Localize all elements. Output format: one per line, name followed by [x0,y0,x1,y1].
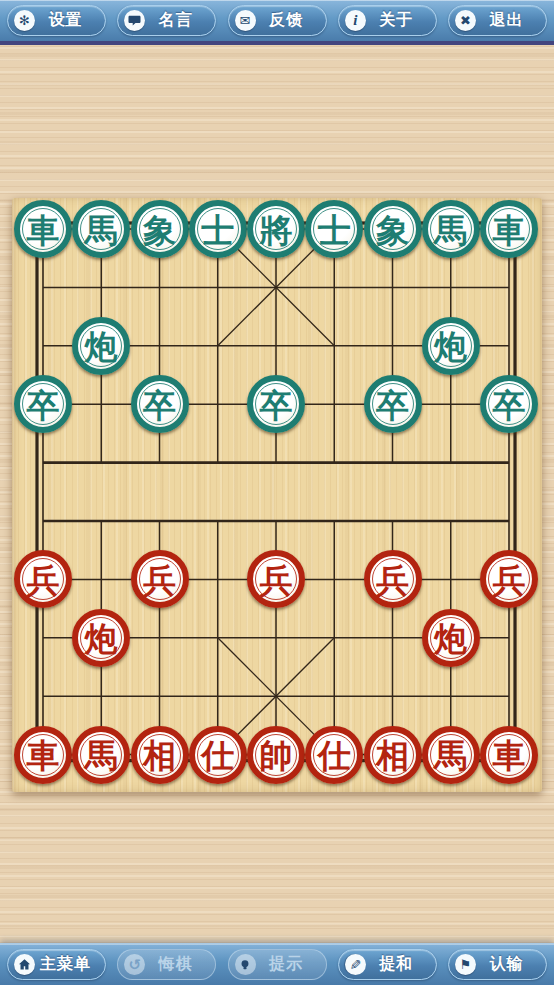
bottom-toolbar-button-label: 悔棋 [145,954,206,975]
bottom-toolbar-button-label: 提和 [366,954,427,975]
piece-character: 兵 [493,564,526,597]
piece-character: 象 [143,214,176,247]
piece-character: 卒 [376,389,409,422]
piece-character: 車 [27,214,60,247]
piece-red-相[interactable]: 相 [364,726,422,784]
top-toolbar-button-exit[interactable]: ✖退出 [448,5,547,36]
piece-character: 士 [201,214,234,247]
piece-character: 馬 [434,214,467,247]
gear-icon: ✻ [14,10,35,31]
bottom-toolbar: 主菜单↺悔棋提示✎提和⚑认输 [0,943,554,985]
piece-character: 炮 [85,622,118,655]
bottom-toolbar-button-hint: 提示 [228,949,327,980]
piece-character: 相 [143,739,176,772]
draw-icon: ✎ [345,954,366,975]
piece-black-馬[interactable]: 馬 [422,200,480,258]
top-toolbar-button-feedback[interactable]: ✉反馈 [228,5,327,36]
quote-icon [124,10,145,31]
piece-character: 卒 [493,389,526,422]
piece-red-兵[interactable]: 兵 [14,550,72,608]
top-toolbar-button-label: 设置 [35,10,96,31]
top-toolbar-button-label: 退出 [476,10,537,31]
piece-black-將[interactable]: 將 [247,200,305,258]
top-toolbar-button-settings[interactable]: ✻设置 [7,5,106,36]
top-toolbar: ✻设置名言✉反馈i关于✖退出 [0,0,554,45]
undo-icon: ↺ [124,954,145,975]
piece-black-馬[interactable]: 馬 [72,200,130,258]
xiangqi-board: 車馬象士將士象馬車炮炮卒卒卒卒卒兵兵兵兵兵炮炮車馬相仕帥仕相馬車 [12,198,542,792]
app-window: ✻设置名言✉反馈i关于✖退出 車馬象士將士象馬車炮炮卒卒卒卒卒兵兵兵兵兵炮炮車馬… [0,0,554,985]
feedback-icon: ✉ [235,10,256,31]
resign-icon: ⚑ [455,954,476,975]
bottom-toolbar-button-label: 认输 [476,954,537,975]
piece-character: 馬 [85,739,118,772]
bottom-toolbar-button-label: 提示 [256,954,317,975]
piece-character: 車 [493,214,526,247]
piece-character: 卒 [260,389,293,422]
exit-icon: ✖ [455,10,476,31]
piece-red-仕[interactable]: 仕 [305,726,363,784]
piece-red-車[interactable]: 車 [480,726,538,784]
piece-red-馬[interactable]: 馬 [72,726,130,784]
bottom-toolbar-button-main-menu[interactable]: 主菜单 [7,949,106,980]
top-toolbar-button-label: 反馈 [256,10,317,31]
piece-character: 車 [493,739,526,772]
bottom-toolbar-button-resign[interactable]: ⚑认输 [448,949,547,980]
piece-black-卒[interactable]: 卒 [247,375,305,433]
piece-character: 馬 [85,214,118,247]
piece-black-卒[interactable]: 卒 [131,375,189,433]
piece-red-兵[interactable]: 兵 [247,550,305,608]
top-toolbar-button-label: 名言 [145,10,206,31]
piece-character: 炮 [85,330,118,363]
piece-character: 兵 [260,564,293,597]
piece-character: 帥 [260,739,293,772]
piece-red-帥[interactable]: 帥 [247,726,305,784]
piece-black-士[interactable]: 士 [305,200,363,258]
piece-character: 兵 [143,564,176,597]
piece-character: 炮 [434,330,467,363]
piece-character: 仕 [201,739,234,772]
bottom-toolbar-button-undo: ↺悔棋 [117,949,216,980]
piece-character: 象 [376,214,409,247]
piece-character: 士 [318,214,351,247]
piece-black-炮[interactable]: 炮 [72,317,130,375]
piece-black-卒[interactable]: 卒 [480,375,538,433]
piece-black-士[interactable]: 士 [189,200,247,258]
piece-character: 炮 [434,622,467,655]
piece-red-仕[interactable]: 仕 [189,726,247,784]
piece-black-炮[interactable]: 炮 [422,317,480,375]
bottom-toolbar-button-offer-draw[interactable]: ✎提和 [338,949,437,980]
piece-black-車[interactable]: 車 [14,200,72,258]
hint-icon [235,954,256,975]
piece-black-卒[interactable]: 卒 [364,375,422,433]
piece-character: 馬 [434,739,467,772]
about-icon: i [345,10,366,31]
piece-character: 仕 [318,739,351,772]
piece-red-相[interactable]: 相 [131,726,189,784]
board-grid [12,198,542,792]
top-toolbar-button-quotes[interactable]: 名言 [117,5,216,36]
piece-character: 兵 [376,564,409,597]
piece-red-炮[interactable]: 炮 [422,609,480,667]
piece-black-象[interactable]: 象 [131,200,189,258]
top-toolbar-button-label: 关于 [366,10,427,31]
piece-red-馬[interactable]: 馬 [422,726,480,784]
top-toolbar-button-about[interactable]: i关于 [338,5,437,36]
piece-character: 兵 [27,564,60,597]
piece-black-車[interactable]: 車 [480,200,538,258]
piece-red-兵[interactable]: 兵 [480,550,538,608]
piece-character: 車 [27,739,60,772]
piece-character: 卒 [143,389,176,422]
piece-red-兵[interactable]: 兵 [364,550,422,608]
bottom-toolbar-button-label: 主菜单 [35,954,96,975]
piece-character: 相 [376,739,409,772]
piece-character: 將 [260,214,293,247]
piece-black-卒[interactable]: 卒 [14,375,72,433]
piece-character: 卒 [27,389,60,422]
piece-red-炮[interactable]: 炮 [72,609,130,667]
piece-red-兵[interactable]: 兵 [131,550,189,608]
piece-red-車[interactable]: 車 [14,726,72,784]
home-icon [14,954,35,975]
piece-black-象[interactable]: 象 [364,200,422,258]
